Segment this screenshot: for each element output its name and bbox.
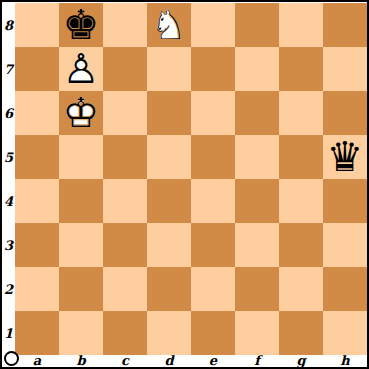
square-h5[interactable]: ♛: [323, 135, 367, 179]
square-a2[interactable]: [15, 267, 59, 311]
rank-label-8: 8: [2, 3, 15, 47]
square-a3[interactable]: [15, 223, 59, 267]
square-c5[interactable]: [103, 135, 147, 179]
square-f1[interactable]: [235, 311, 279, 355]
square-f5[interactable]: [235, 135, 279, 179]
square-c8[interactable]: [103, 3, 147, 47]
square-b2[interactable]: [59, 267, 103, 311]
square-a6[interactable]: [15, 91, 59, 135]
square-g8[interactable]: [279, 3, 323, 47]
rank-label-2: 2: [2, 267, 15, 311]
square-h4[interactable]: [323, 179, 367, 223]
square-e4[interactable]: [191, 179, 235, 223]
square-a4[interactable]: [15, 179, 59, 223]
square-g2[interactable]: [279, 267, 323, 311]
square-g4[interactable]: [279, 179, 323, 223]
square-d5[interactable]: [147, 135, 191, 179]
square-h1[interactable]: [323, 311, 367, 355]
square-h2[interactable]: [323, 267, 367, 311]
square-g5[interactable]: [279, 135, 323, 179]
square-d7[interactable]: [147, 47, 191, 91]
piece-black-queen[interactable]: ♛: [323, 135, 367, 179]
square-c7[interactable]: [103, 47, 147, 91]
chess-diagram: 87654321 ♚♞♘♟♙♚♔♛ abcdefgh: [0, 0, 369, 369]
square-d2[interactable]: [147, 267, 191, 311]
square-a1[interactable]: [15, 311, 59, 355]
piece-glyph-outline: ♔: [59, 91, 103, 135]
square-f4[interactable]: [235, 179, 279, 223]
square-c3[interactable]: [103, 223, 147, 267]
rank-label-3: 3: [2, 223, 15, 267]
square-d3[interactable]: [147, 223, 191, 267]
square-a7[interactable]: [15, 47, 59, 91]
square-b7[interactable]: ♟♙: [59, 47, 103, 91]
square-f8[interactable]: [235, 3, 279, 47]
square-c4[interactable]: [103, 179, 147, 223]
square-d1[interactable]: [147, 311, 191, 355]
file-label-d: d: [147, 355, 191, 367]
square-e1[interactable]: [191, 311, 235, 355]
rank-labels: 87654321: [2, 3, 15, 355]
square-c6[interactable]: [103, 91, 147, 135]
chess-board: ♚♞♘♟♙♚♔♛: [15, 3, 367, 355]
file-label-g: g: [279, 355, 323, 367]
square-h8[interactable]: [323, 3, 367, 47]
square-b5[interactable]: [59, 135, 103, 179]
file-label-a: a: [15, 355, 59, 367]
square-e6[interactable]: [191, 91, 235, 135]
turn-indicator: [4, 351, 19, 366]
file-label-b: b: [59, 355, 103, 367]
square-f6[interactable]: [235, 91, 279, 135]
piece-white-king[interactable]: ♚♔: [59, 91, 103, 135]
piece-glyph: ♚: [59, 3, 103, 47]
file-label-f: f: [235, 355, 279, 367]
rank-label-4: 4: [2, 179, 15, 223]
piece-white-knight[interactable]: ♞♘: [147, 3, 191, 47]
square-b8[interactable]: ♚: [59, 3, 103, 47]
rank-label-6: 6: [2, 91, 15, 135]
piece-glyph-outline: ♙: [59, 47, 103, 91]
square-g3[interactable]: [279, 223, 323, 267]
square-h7[interactable]: [323, 47, 367, 91]
square-g7[interactable]: [279, 47, 323, 91]
square-e5[interactable]: [191, 135, 235, 179]
square-h6[interactable]: [323, 91, 367, 135]
rank-label-1: 1: [2, 311, 15, 355]
square-e7[interactable]: [191, 47, 235, 91]
square-b1[interactable]: [59, 311, 103, 355]
square-c1[interactable]: [103, 311, 147, 355]
square-b4[interactable]: [59, 179, 103, 223]
file-labels: abcdefgh: [15, 355, 367, 367]
file-label-e: e: [191, 355, 235, 367]
square-c2[interactable]: [103, 267, 147, 311]
square-a5[interactable]: [15, 135, 59, 179]
piece-white-pawn[interactable]: ♟♙: [59, 47, 103, 91]
square-b3[interactable]: [59, 223, 103, 267]
square-f2[interactable]: [235, 267, 279, 311]
square-g1[interactable]: [279, 311, 323, 355]
square-a8[interactable]: [15, 3, 59, 47]
file-label-h: h: [323, 355, 367, 367]
square-f3[interactable]: [235, 223, 279, 267]
square-e2[interactable]: [191, 267, 235, 311]
square-e3[interactable]: [191, 223, 235, 267]
square-e8[interactable]: [191, 3, 235, 47]
piece-glyph-outline: ♘: [147, 3, 191, 47]
square-d8[interactable]: ♞♘: [147, 3, 191, 47]
square-d4[interactable]: [147, 179, 191, 223]
square-h3[interactable]: [323, 223, 367, 267]
square-g6[interactable]: [279, 91, 323, 135]
square-f7[interactable]: [235, 47, 279, 91]
file-label-c: c: [103, 355, 147, 367]
rank-label-5: 5: [2, 135, 15, 179]
square-d6[interactable]: [147, 91, 191, 135]
piece-black-king[interactable]: ♚: [59, 3, 103, 47]
rank-label-7: 7: [2, 47, 15, 91]
square-b6[interactable]: ♚♔: [59, 91, 103, 135]
piece-glyph: ♛: [323, 135, 367, 179]
